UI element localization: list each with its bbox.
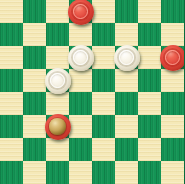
square-e2[interactable]	[92, 138, 115, 161]
square-h2[interactable]	[161, 138, 184, 161]
square-g2[interactable]	[138, 138, 161, 161]
square-g3[interactable]	[138, 115, 161, 138]
white-man-piece[interactable]	[45, 68, 71, 94]
square-f3[interactable]	[115, 115, 138, 138]
square-h5[interactable]	[161, 69, 184, 92]
square-f4[interactable]	[115, 92, 138, 115]
red-king-piece[interactable]	[45, 114, 71, 140]
square-b6[interactable]	[23, 46, 46, 69]
square-f2[interactable]	[115, 138, 138, 161]
red-man-piece[interactable]	[160, 45, 185, 71]
square-a8[interactable]	[0, 0, 23, 23]
square-a2[interactable]	[0, 138, 23, 161]
square-e6[interactable]	[92, 46, 115, 69]
square-f6[interactable]	[115, 46, 138, 69]
square-a6[interactable]	[0, 46, 23, 69]
square-h7[interactable]	[161, 23, 184, 46]
square-d3[interactable]	[69, 115, 92, 138]
square-e8[interactable]	[92, 0, 115, 23]
square-d5[interactable]	[69, 69, 92, 92]
square-a1[interactable]	[0, 161, 23, 184]
checkers-board	[0, 0, 184, 184]
square-a4[interactable]	[0, 92, 23, 115]
square-b8[interactable]	[23, 0, 46, 23]
square-f7[interactable]	[115, 23, 138, 46]
square-h4[interactable]	[161, 92, 184, 115]
square-d4[interactable]	[69, 92, 92, 115]
square-f5[interactable]	[115, 69, 138, 92]
square-b1[interactable]	[23, 161, 46, 184]
square-h3[interactable]	[161, 115, 184, 138]
square-b5[interactable]	[23, 69, 46, 92]
square-a3[interactable]	[0, 115, 23, 138]
square-e3[interactable]	[92, 115, 115, 138]
square-g5[interactable]	[138, 69, 161, 92]
square-b3[interactable]	[23, 115, 46, 138]
square-c8[interactable]	[46, 0, 69, 23]
square-d6[interactable]	[69, 46, 92, 69]
square-c6[interactable]	[46, 46, 69, 69]
square-d8[interactable]	[69, 0, 92, 23]
square-g6[interactable]	[138, 46, 161, 69]
square-g8[interactable]	[138, 0, 161, 23]
square-a7[interactable]	[0, 23, 23, 46]
square-c4[interactable]	[46, 92, 69, 115]
square-b4[interactable]	[23, 92, 46, 115]
square-e1[interactable]	[92, 161, 115, 184]
square-g7[interactable]	[138, 23, 161, 46]
square-h1[interactable]	[161, 161, 184, 184]
square-d2[interactable]	[69, 138, 92, 161]
square-f1[interactable]	[115, 161, 138, 184]
square-d7[interactable]	[69, 23, 92, 46]
square-c2[interactable]	[46, 138, 69, 161]
square-b7[interactable]	[23, 23, 46, 46]
square-c3[interactable]	[46, 115, 69, 138]
square-g1[interactable]	[138, 161, 161, 184]
square-a5[interactable]	[0, 69, 23, 92]
red-man-piece[interactable]	[68, 0, 94, 25]
white-man-piece[interactable]	[114, 45, 140, 71]
white-man-piece[interactable]	[68, 45, 94, 71]
square-g4[interactable]	[138, 92, 161, 115]
square-e5[interactable]	[92, 69, 115, 92]
square-c5[interactable]	[46, 69, 69, 92]
square-c7[interactable]	[46, 23, 69, 46]
square-h8[interactable]	[161, 0, 184, 23]
square-h6[interactable]	[161, 46, 184, 69]
square-c1[interactable]	[46, 161, 69, 184]
square-b2[interactable]	[23, 138, 46, 161]
square-f8[interactable]	[115, 0, 138, 23]
square-e4[interactable]	[92, 92, 115, 115]
square-e7[interactable]	[92, 23, 115, 46]
square-d1[interactable]	[69, 161, 92, 184]
